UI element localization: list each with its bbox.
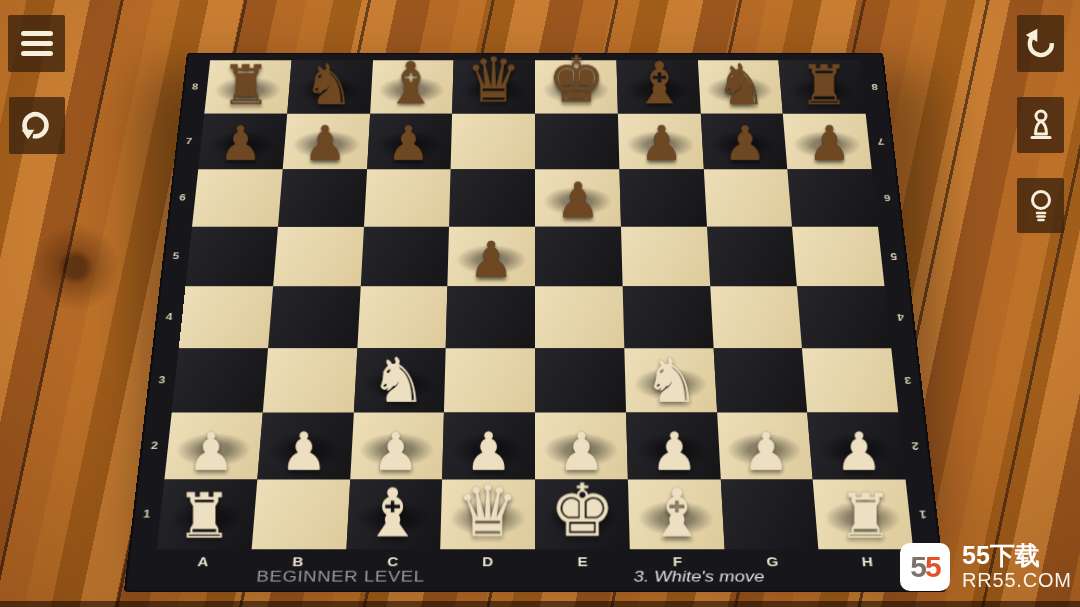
rank-label-right: 8 — [871, 82, 878, 91]
square-f4[interactable] — [622, 286, 713, 348]
square-g6[interactable] — [703, 169, 792, 226]
rank-label-right: 7 — [877, 136, 884, 146]
piece-black-pawn[interactable]: ♟ — [808, 120, 851, 168]
chess-board: ♜♞♝♛♚♝♞♜♟♟♟♟♟♟♟♟♞♞♟♟♟♟♟♟♟♟♜♝♛♚♝♜ BEGINNE… — [124, 53, 947, 593]
square-d1[interactable]: ♛ — [440, 480, 535, 550]
square-e4[interactable] — [535, 286, 624, 348]
rank-label-left: 1 — [143, 508, 152, 520]
square-c3[interactable]: ♞ — [353, 348, 446, 412]
square-d4[interactable] — [446, 286, 535, 348]
square-e5[interactable] — [535, 227, 622, 287]
rank-label-left: 6 — [179, 193, 187, 203]
square-g7[interactable]: ♟ — [700, 114, 787, 169]
piece-black-pawn[interactable]: ♟ — [303, 120, 346, 168]
piece-black-pawn[interactable]: ♟ — [469, 235, 514, 285]
file-label: E — [577, 555, 587, 569]
restart-circular-arrow-icon — [18, 107, 56, 145]
square-a2[interactable]: ♟ — [164, 413, 262, 480]
rank-label-left: 4 — [165, 312, 173, 323]
piece-white-knight[interactable]: ♞ — [643, 349, 699, 411]
undo-arrow-icon — [1022, 25, 1060, 63]
watermark-logo-5-orange: 5 — [925, 550, 940, 584]
square-f3[interactable]: ♞ — [624, 348, 717, 412]
piece-white-rook[interactable]: ♜ — [838, 485, 894, 547]
app-screen: ♜♞♝♛♚♝♞♜♟♟♟♟♟♟♟♟♞♞♟♟♟♟♟♟♟♟♜♝♛♚♝♜ BEGINNE… — [0, 0, 1080, 607]
square-d6[interactable] — [449, 169, 535, 226]
file-label: C — [387, 555, 399, 569]
piece-black-queen[interactable]: ♛ — [466, 50, 522, 112]
watermark-title: 55下载 — [962, 542, 1072, 569]
square-d5[interactable]: ♟ — [448, 227, 535, 287]
square-a6[interactable] — [192, 169, 282, 226]
level-label: BEGINNER LEVEL — [256, 568, 425, 586]
watermark-text: 55下载 RR55.COM — [962, 542, 1072, 592]
square-c6[interactable] — [364, 169, 451, 226]
piece-white-bishop[interactable]: ♝ — [647, 481, 707, 548]
square-a5[interactable] — [185, 227, 277, 287]
square-f7[interactable]: ♟ — [618, 114, 704, 169]
piece-black-knight[interactable]: ♞ — [716, 56, 767, 113]
player-mode-button[interactable] — [1017, 97, 1064, 153]
piece-white-pawn[interactable]: ♟ — [743, 425, 790, 478]
piece-black-bishop[interactable]: ♝ — [633, 54, 685, 112]
square-b5[interactable] — [273, 227, 364, 287]
square-e1[interactable]: ♚ — [535, 480, 630, 550]
square-h6[interactable] — [788, 169, 878, 226]
square-a8[interactable]: ♜ — [204, 60, 291, 113]
undo-button[interactable] — [1017, 15, 1064, 72]
square-a7[interactable]: ♟ — [198, 114, 287, 169]
file-label: B — [292, 555, 304, 569]
square-h2[interactable]: ♟ — [807, 413, 905, 480]
square-b4[interactable] — [268, 286, 360, 348]
square-e8[interactable]: ♚ — [535, 60, 618, 113]
piece-white-rook[interactable]: ♜ — [176, 485, 232, 547]
square-g3[interactable] — [713, 348, 807, 412]
square-b1[interactable] — [251, 480, 349, 550]
square-d3[interactable] — [444, 348, 535, 412]
square-f2[interactable]: ♟ — [626, 413, 720, 480]
restart-button[interactable] — [9, 97, 65, 154]
piece-white-pawn[interactable]: ♟ — [280, 425, 327, 478]
file-label: F — [672, 555, 682, 569]
square-c5[interactable] — [360, 227, 449, 287]
square-e3[interactable] — [535, 348, 626, 412]
square-h5[interactable] — [792, 227, 884, 287]
piece-black-king[interactable]: ♚ — [548, 48, 605, 112]
rank-label-right: 2 — [911, 440, 919, 452]
square-f8[interactable]: ♝ — [616, 60, 700, 113]
watermark: 55 55下载 RR55.COM — [900, 542, 1072, 592]
square-a1[interactable]: ♜ — [157, 480, 257, 550]
rank-label-left: 7 — [185, 136, 192, 146]
rank-label-left: 5 — [172, 251, 180, 261]
rank-label-right: 1 — [919, 508, 928, 520]
lightbulb-icon — [1024, 187, 1058, 225]
square-c7[interactable]: ♟ — [367, 114, 453, 169]
rank-label-right: 6 — [884, 193, 892, 203]
square-b7[interactable]: ♟ — [282, 114, 369, 169]
square-d7[interactable] — [451, 114, 535, 169]
square-g5[interactable] — [706, 227, 797, 287]
square-c4[interactable] — [357, 286, 448, 348]
file-label: H — [861, 555, 873, 569]
file-label: G — [766, 555, 779, 569]
rank-label-left: 3 — [158, 374, 166, 385]
hamburger-icon — [20, 30, 54, 58]
piece-black-pawn[interactable]: ♟ — [387, 120, 430, 168]
piece-white-bishop[interactable]: ♝ — [363, 481, 423, 548]
watermark-logo: 55 — [900, 543, 950, 591]
hint-button[interactable] — [1017, 178, 1064, 233]
board-grid: ♜♞♝♛♚♝♞♜♟♟♟♟♟♟♟♟♞♞♟♟♟♟♟♟♟♟♜♝♛♚♝♜ — [157, 60, 913, 549]
rank-label-left: 2 — [150, 440, 158, 452]
file-label: D — [482, 555, 493, 569]
file-label: A — [197, 555, 209, 569]
square-f1[interactable]: ♝ — [628, 480, 724, 550]
square-d8[interactable]: ♛ — [452, 60, 535, 113]
piece-black-bishop[interactable]: ♝ — [385, 54, 437, 112]
rank-label-right: 4 — [897, 312, 905, 323]
piece-black-pawn[interactable]: ♟ — [724, 120, 767, 168]
piece-black-rook[interactable]: ♜ — [800, 58, 849, 113]
move-status: 3. White's move — [633, 568, 765, 586]
square-e6[interactable]: ♟ — [535, 169, 621, 226]
square-h7[interactable]: ♟ — [783, 114, 872, 169]
square-g4[interactable] — [710, 286, 802, 348]
piece-white-pawn[interactable]: ♟ — [187, 425, 234, 478]
square-b8[interactable]: ♞ — [287, 60, 373, 113]
square-a4[interactable] — [179, 286, 273, 348]
board-frame: ♜♞♝♛♚♝♞♜♟♟♟♟♟♟♟♟♞♞♟♟♟♟♟♟♟♟♜♝♛♚♝♜ BEGINNE… — [124, 53, 947, 593]
rank-label-left: 8 — [191, 82, 198, 91]
square-g1[interactable] — [720, 480, 818, 550]
square-e7[interactable] — [535, 114, 619, 169]
piece-white-pawn[interactable]: ♟ — [372, 425, 419, 478]
square-h3[interactable] — [802, 348, 898, 412]
square-c2[interactable]: ♟ — [350, 413, 444, 480]
pawn-outline-icon — [1023, 106, 1059, 144]
menu-button[interactable] — [8, 15, 65, 72]
piece-white-pawn[interactable]: ♟ — [650, 425, 697, 478]
rank-label-right: 3 — [904, 374, 912, 385]
piece-white-knight[interactable]: ♞ — [371, 349, 427, 411]
square-c1[interactable]: ♝ — [346, 480, 442, 550]
square-h4[interactable] — [797, 286, 891, 348]
piece-black-rook[interactable]: ♜ — [221, 58, 270, 113]
square-b2[interactable]: ♟ — [257, 413, 353, 480]
watermark-site: RR55.COM — [962, 569, 1072, 592]
square-h8[interactable]: ♜ — [779, 60, 866, 113]
square-f6[interactable] — [619, 169, 706, 226]
square-b6[interactable] — [278, 169, 367, 226]
piece-black-pawn[interactable]: ♟ — [640, 120, 683, 168]
rank-label-right: 5 — [890, 251, 898, 261]
square-c8[interactable]: ♝ — [370, 60, 454, 113]
square-a3[interactable] — [172, 348, 268, 412]
square-h1[interactable]: ♜ — [813, 480, 913, 550]
square-f5[interactable] — [621, 227, 710, 287]
piece-white-queen[interactable]: ♛ — [456, 476, 520, 547]
piece-white-king[interactable]: ♚ — [549, 474, 615, 547]
piece-black-pawn[interactable]: ♟ — [219, 120, 262, 168]
square-g8[interactable]: ♞ — [697, 60, 783, 113]
square-b3[interactable] — [263, 348, 357, 412]
piece-black-knight[interactable]: ♞ — [303, 56, 354, 113]
watermark-logo-5-gray: 5 — [910, 550, 925, 584]
piece-white-pawn[interactable]: ♟ — [835, 425, 882, 478]
square-g2[interactable]: ♟ — [717, 413, 813, 480]
piece-black-pawn[interactable]: ♟ — [556, 176, 600, 225]
